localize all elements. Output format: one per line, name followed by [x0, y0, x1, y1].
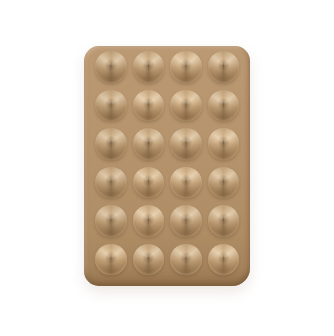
suction-cup: [170, 51, 202, 83]
suction-cup: [208, 205, 240, 237]
cup-grid: [84, 46, 250, 286]
suction-cup: [133, 167, 165, 199]
suction-cup: [208, 51, 240, 83]
suction-cup: [133, 51, 165, 83]
suction-cup: [133, 128, 165, 160]
suction-cup: [170, 90, 202, 122]
suction-cup: [133, 244, 165, 276]
suction-cup: [208, 90, 240, 122]
suction-cup: [170, 167, 202, 199]
suction-pad: [84, 46, 250, 286]
suction-cup: [208, 167, 240, 199]
suction-cup: [133, 90, 165, 122]
suction-cup: [208, 244, 240, 276]
suction-cup: [170, 205, 202, 237]
suction-cup: [133, 205, 165, 237]
suction-cup: [95, 167, 127, 199]
suction-cup: [95, 90, 127, 122]
suction-cup: [170, 128, 202, 160]
suction-cup: [170, 244, 202, 276]
suction-cup: [95, 205, 127, 237]
suction-cup: [95, 244, 127, 276]
suction-cup: [95, 128, 127, 160]
suction-cup: [208, 128, 240, 160]
suction-cup: [95, 51, 127, 83]
photo-canvas: [0, 0, 334, 336]
